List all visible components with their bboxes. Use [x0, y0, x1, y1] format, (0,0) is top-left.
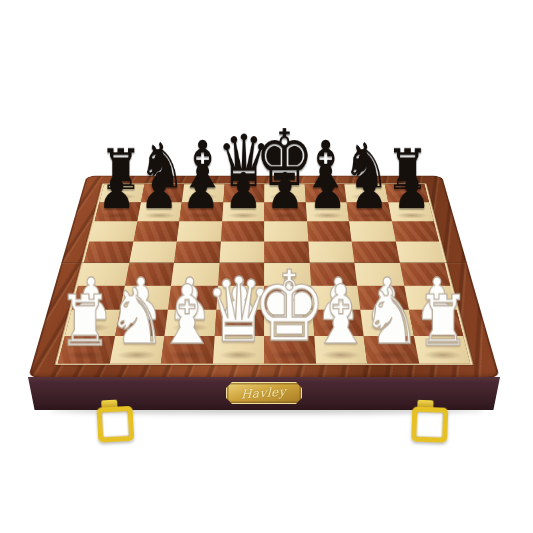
right-clasp-icon: [411, 400, 438, 434]
square-f7[interactable]: ♟: [305, 202, 349, 221]
brand-label: Havley: [241, 384, 287, 401]
perspective-wrapper: ♜♞♝♛♚♝♞♜♟♟♟♟♟♟♟♟♟♟♟♟♟♟♟♟♜♞♝♛♚♝♞♜: [0, 0, 533, 533]
chess-set-photo: ♜♞♝♛♚♝♞♜♟♟♟♟♟♟♟♟♟♟♟♟♟♟♟♟♜♞♝♛♚♝♞♜ Havley: [0, 0, 533, 533]
black-pawn[interactable]: ♟: [98, 166, 136, 216]
black-pawn[interactable]: ♟: [224, 166, 262, 216]
white-knight[interactable]: ♞: [362, 278, 421, 356]
black-pawn[interactable]: ♟: [351, 166, 389, 216]
square-h7[interactable]: ♟: [388, 202, 434, 221]
square-a7[interactable]: ♟: [94, 202, 140, 221]
white-rook[interactable]: ♜: [59, 286, 112, 356]
black-pawn[interactable]: ♟: [393, 166, 431, 216]
square-h1[interactable]: ♜: [413, 336, 470, 364]
square-a5[interactable]: [84, 241, 133, 262]
square-b6[interactable]: [133, 221, 179, 241]
black-pawn[interactable]: ♟: [308, 166, 346, 216]
square-c6[interactable]: [177, 221, 222, 241]
black-pawn[interactable]: ♟: [266, 166, 304, 216]
square-g1[interactable]: ♞: [364, 336, 419, 364]
square-b5[interactable]: [129, 241, 177, 262]
left-clasp-icon: [96, 399, 124, 433]
black-pawn[interactable]: ♟: [140, 166, 178, 216]
square-b7[interactable]: ♟: [137, 202, 182, 221]
square-e7[interactable]: ♟: [264, 202, 306, 221]
square-g5[interactable]: [352, 241, 400, 262]
square-a6[interactable]: [89, 221, 137, 241]
square-f6[interactable]: [307, 221, 352, 241]
board-frame: ♜♞♝♛♚♝♞♜♟♟♟♟♟♟♟♟♟♟♟♟♟♟♟♟♜♞♝♛♚♝♞♜: [28, 176, 500, 378]
square-e6[interactable]: [264, 221, 308, 241]
square-g7[interactable]: ♟: [347, 202, 392, 221]
board-grid: ♜♞♝♛♚♝♞♜♟♟♟♟♟♟♟♟♟♟♟♟♟♟♟♟♜♞♝♛♚♝♞♜: [58, 184, 471, 363]
square-f1[interactable]: ♝: [314, 336, 367, 364]
square-h5[interactable]: [395, 241, 444, 262]
square-h6[interactable]: [391, 221, 439, 241]
black-pawn[interactable]: ♟: [182, 166, 220, 216]
brand-plate: Havley: [226, 382, 302, 404]
square-d7[interactable]: ♟: [222, 202, 264, 221]
white-rook[interactable]: ♜: [416, 286, 469, 356]
square-c7[interactable]: ♟: [179, 202, 223, 221]
square-d6[interactable]: [220, 221, 264, 241]
square-g6[interactable]: [349, 221, 395, 241]
chess-board: ♜♞♝♛♚♝♞♜♟♟♟♟♟♟♟♟♟♟♟♟♟♟♟♟♜♞♝♛♚♝♞♜: [28, 176, 500, 378]
square-e1[interactable]: ♚: [264, 336, 316, 364]
